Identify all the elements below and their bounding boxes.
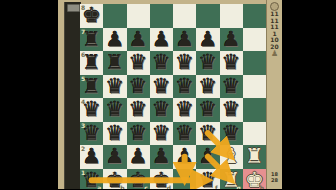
square-g5[interactable]: ♛ <box>220 75 243 99</box>
black-queen-e5[interactable]: ♛ <box>175 76 194 97</box>
square-b8[interactable] <box>103 4 126 28</box>
square-e8[interactable] <box>173 4 196 28</box>
rank-label-5: 5 <box>81 76 85 82</box>
square-b7[interactable]: ♟ <box>103 28 126 52</box>
move-list-scrollbar[interactable] <box>64 2 81 189</box>
black-queen-b4[interactable]: ♛ <box>105 99 124 120</box>
square-e4[interactable]: ♛ <box>173 98 196 122</box>
black-queen-e6[interactable]: ♛ <box>175 52 194 73</box>
black-pawn-c2[interactable]: ♟ <box>129 146 148 167</box>
square-h5[interactable] <box>243 75 266 99</box>
black-queen-d3[interactable]: ♛ <box>152 123 171 144</box>
square-b2[interactable]: ♟ <box>103 145 126 169</box>
chess-board: 8♚7♜♟♟♟♟♟♟6♜♜♛♛♛♛♛5♜♛♛♛♛♛♛4♛♛♛♛♛♛♛3♛♛♛♛♛… <box>80 4 266 189</box>
square-g6[interactable]: ♛ <box>220 51 243 75</box>
square-c5[interactable]: ♛ <box>127 75 150 99</box>
piece-count-panel: 11111111020 ♟ 1828 <box>266 0 282 189</box>
square-g1[interactable]: g♜ <box>220 169 243 190</box>
square-h6[interactable] <box>243 51 266 75</box>
square-a8[interactable]: 8♚ <box>80 4 103 28</box>
rank-label-1: 1 <box>81 170 85 176</box>
square-f5[interactable]: ♛ <box>196 75 219 99</box>
file-label-a: a <box>97 185 101 189</box>
square-f1[interactable]: f♛ <box>196 169 219 190</box>
black-pawn-d7[interactable]: ♟ <box>152 29 171 50</box>
rank-label-7: 7 <box>81 29 85 35</box>
square-f3[interactable]: ♛ <box>196 122 219 146</box>
square-f4[interactable]: ♛ <box>196 98 219 122</box>
square-d2[interactable]: ♟ <box>150 145 173 169</box>
square-a5[interactable]: 5♜ <box>80 75 103 99</box>
black-queen-d6[interactable]: ♛ <box>152 52 171 73</box>
square-c8[interactable] <box>127 4 150 28</box>
pawn-icon: ♟ <box>271 50 278 58</box>
square-c4[interactable]: ♛ <box>127 98 150 122</box>
square-h7[interactable] <box>243 28 266 52</box>
square-a4[interactable]: 4♛ <box>80 98 103 122</box>
square-h2[interactable]: ♜ <box>243 145 266 169</box>
square-d4[interactable]: ♛ <box>150 98 173 122</box>
file-label-f: f <box>215 185 218 189</box>
black-pawn-e2[interactable]: ♟ <box>175 146 194 167</box>
square-a1[interactable]: 1a♛ <box>80 169 103 190</box>
square-c7[interactable]: ♟ <box>127 28 150 52</box>
rank-label-8: 8 <box>81 5 85 11</box>
square-c2[interactable]: ♟ <box>127 145 150 169</box>
square-b5[interactable]: ♛ <box>103 75 126 99</box>
square-b1[interactable]: b♚ <box>103 169 126 190</box>
file-label-e: e <box>190 185 194 189</box>
square-f8[interactable] <box>196 4 219 28</box>
square-h4[interactable] <box>243 98 266 122</box>
file-label-b: b <box>120 185 124 189</box>
black-queen-b5[interactable]: ♛ <box>105 76 124 97</box>
black-queen-d5[interactable]: ♛ <box>152 76 171 97</box>
black-queen-e3[interactable]: ♛ <box>175 123 194 144</box>
square-b4[interactable]: ♛ <box>103 98 126 122</box>
black-pawn-f2[interactable]: ♟ <box>198 146 217 167</box>
square-b3[interactable]: ♛ <box>103 122 126 146</box>
square-h3[interactable] <box>243 122 266 146</box>
black-queen-e4[interactable]: ♛ <box>175 99 194 120</box>
file-label-g: g <box>236 185 240 189</box>
square-d8[interactable] <box>150 4 173 28</box>
rank-label-3: 3 <box>81 123 85 129</box>
file-label-d: d <box>167 185 171 189</box>
black-pawn-b7[interactable]: ♟ <box>105 29 124 50</box>
scrollbar-thumb[interactable] <box>67 4 80 12</box>
black-pawn-c7[interactable]: ♟ <box>129 29 148 50</box>
square-d7[interactable]: ♟ <box>150 28 173 52</box>
black-queen-c5[interactable]: ♛ <box>129 76 148 97</box>
file-label-h: h <box>260 185 264 189</box>
square-e7[interactable]: ♟ <box>173 28 196 52</box>
bottom-count: 28 <box>267 178 282 184</box>
white-rook-h2[interactable]: ♜ <box>245 146 264 167</box>
square-g4[interactable]: ♛ <box>220 98 243 122</box>
square-a2[interactable]: 2♟ <box>80 145 103 169</box>
square-c6[interactable]: ♛ <box>127 51 150 75</box>
square-a3[interactable]: 3♛ <box>80 122 103 146</box>
rank-label-4: 4 <box>81 99 85 105</box>
black-pawn-f7[interactable]: ♟ <box>198 29 217 50</box>
black-queen-c3[interactable]: ♛ <box>129 123 148 144</box>
rank-label-6: 6 <box>81 52 85 58</box>
black-queen-f6[interactable]: ♛ <box>198 52 217 73</box>
square-e5[interactable]: ♛ <box>173 75 196 99</box>
square-d6[interactable]: ♛ <box>150 51 173 75</box>
bottom-count-list: 1828 <box>267 172 282 183</box>
square-d5[interactable]: ♛ <box>150 75 173 99</box>
black-queen-g5[interactable]: ♛ <box>222 76 241 97</box>
square-f7[interactable]: ♟ <box>196 28 219 52</box>
black-pawn-e7[interactable]: ♟ <box>175 29 194 50</box>
black-queen-c4[interactable]: ♛ <box>129 99 148 120</box>
square-f2[interactable]: ♟ <box>196 145 219 169</box>
black-queen-d4[interactable]: ♛ <box>152 99 171 120</box>
square-b6[interactable]: ♜ <box>103 51 126 75</box>
square-e3[interactable]: ♛ <box>173 122 196 146</box>
black-queen-g4[interactable]: ♛ <box>222 99 241 120</box>
square-d3[interactable]: ♛ <box>150 122 173 146</box>
square-g3[interactable]: ♛ <box>220 122 243 146</box>
square-g7[interactable]: ♟ <box>220 28 243 52</box>
square-g8[interactable] <box>220 4 243 28</box>
square-g2[interactable]: ♝ <box>220 145 243 169</box>
desktop-background: 8♚7♜♟♟♟♟♟♟6♜♜♛♛♛♛♛5♜♛♛♛♛♛♛4♛♛♛♛♛♛♛3♛♛♛♛♛… <box>0 0 336 189</box>
chess-app-frame: 8♚7♜♟♟♟♟♟♟6♜♜♛♛♛♛♛5♜♛♛♛♛♛♛4♛♛♛♛♛♛♛3♛♛♛♛♛… <box>58 0 281 189</box>
square-d1[interactable]: d♚ <box>150 169 173 190</box>
black-queen-f5[interactable]: ♛ <box>198 76 217 97</box>
square-e2[interactable]: ♟ <box>173 145 196 169</box>
square-h1[interactable]: h♚ <box>243 169 266 190</box>
square-c3[interactable]: ♛ <box>127 122 150 146</box>
black-queen-f3[interactable]: ♛ <box>198 123 217 144</box>
square-c1[interactable]: c♚ <box>127 169 150 190</box>
black-rook-b6[interactable]: ♜ <box>105 52 124 73</box>
black-queen-c6[interactable]: ♛ <box>129 52 148 73</box>
square-e6[interactable]: ♛ <box>173 51 196 75</box>
square-a7[interactable]: 7♜ <box>80 28 103 52</box>
square-f6[interactable]: ♛ <box>196 51 219 75</box>
rank-label-2: 2 <box>81 146 85 152</box>
file-label-c: c <box>144 185 148 189</box>
black-pawn-d2[interactable]: ♟ <box>152 146 171 167</box>
black-queen-g6[interactable]: ♛ <box>222 52 241 73</box>
square-a6[interactable]: 6♜ <box>80 51 103 75</box>
square-h8[interactable] <box>243 4 266 28</box>
black-pawn-g7[interactable]: ♟ <box>222 29 241 50</box>
piece-count-list: 11111111020 <box>270 11 278 50</box>
black-queen-f4[interactable]: ♛ <box>198 99 217 120</box>
black-queen-b3[interactable]: ♛ <box>105 123 124 144</box>
black-pawn-b2[interactable]: ♟ <box>105 146 124 167</box>
square-e1[interactable]: e <box>173 169 196 190</box>
black-queen-g3[interactable]: ♛ <box>222 123 241 144</box>
white-bishop-g2[interactable]: ♝ <box>222 146 241 167</box>
